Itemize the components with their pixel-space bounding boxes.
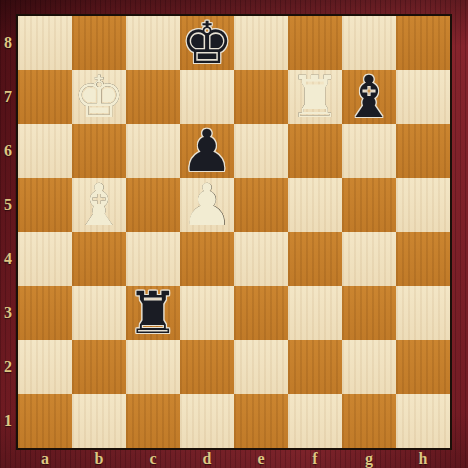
square-b3[interactable] [72, 286, 126, 340]
file-label-a: a [18, 450, 72, 468]
white-bishop-b5[interactable]: ♗ [72, 178, 126, 232]
rank-label-2: 2 [0, 340, 16, 394]
square-g7[interactable]: ♝ [342, 70, 396, 124]
file-label-e: e [234, 450, 288, 468]
square-h3[interactable] [396, 286, 450, 340]
square-a2[interactable] [18, 340, 72, 394]
square-a8[interactable] [18, 16, 72, 70]
square-g4[interactable] [342, 232, 396, 286]
square-g5[interactable] [342, 178, 396, 232]
square-f8[interactable] [288, 16, 342, 70]
black-pawn-d6[interactable]: ♟ [180, 124, 234, 178]
square-f5[interactable] [288, 178, 342, 232]
board-frame: ♚♔♖♝♟♗♙♜ [16, 14, 452, 450]
square-h5[interactable] [396, 178, 450, 232]
square-g1[interactable] [342, 394, 396, 448]
rank-label-3: 3 [0, 286, 16, 340]
file-label-g: g [342, 450, 396, 468]
file-label-d: d [180, 450, 234, 468]
square-b5[interactable]: ♗ [72, 178, 126, 232]
square-f7[interactable]: ♖ [288, 70, 342, 124]
square-h2[interactable] [396, 340, 450, 394]
square-a4[interactable] [18, 232, 72, 286]
white-pawn-d5[interactable]: ♙ [180, 178, 234, 232]
square-e4[interactable] [234, 232, 288, 286]
square-d1[interactable] [180, 394, 234, 448]
square-e7[interactable] [234, 70, 288, 124]
square-d5[interactable]: ♙ [180, 178, 234, 232]
square-c7[interactable] [126, 70, 180, 124]
square-b1[interactable] [72, 394, 126, 448]
square-c3[interactable]: ♜ [126, 286, 180, 340]
square-h7[interactable] [396, 70, 450, 124]
square-e1[interactable] [234, 394, 288, 448]
square-g6[interactable] [342, 124, 396, 178]
square-h1[interactable] [396, 394, 450, 448]
square-g8[interactable] [342, 16, 396, 70]
file-label-f: f [288, 450, 342, 468]
square-e6[interactable] [234, 124, 288, 178]
square-e5[interactable] [234, 178, 288, 232]
black-bishop-g7[interactable]: ♝ [342, 70, 396, 124]
file-label-b: b [72, 450, 126, 468]
chess-diagram: ♚♔♖♝♟♗♙♜ 87654321abcdefgh [0, 0, 468, 468]
square-a6[interactable] [18, 124, 72, 178]
square-g3[interactable] [342, 286, 396, 340]
square-c5[interactable] [126, 178, 180, 232]
square-a1[interactable] [18, 394, 72, 448]
rank-label-7: 7 [0, 70, 16, 124]
black-rook-c3[interactable]: ♜ [126, 286, 180, 340]
square-e2[interactable] [234, 340, 288, 394]
square-d2[interactable] [180, 340, 234, 394]
square-f6[interactable] [288, 124, 342, 178]
square-a7[interactable] [18, 70, 72, 124]
square-h6[interactable] [396, 124, 450, 178]
square-a5[interactable] [18, 178, 72, 232]
square-c1[interactable] [126, 394, 180, 448]
chess-board: ♚♔♖♝♟♗♙♜ [18, 16, 450, 448]
rank-label-5: 5 [0, 178, 16, 232]
square-f3[interactable] [288, 286, 342, 340]
file-label-c: c [126, 450, 180, 468]
square-c6[interactable] [126, 124, 180, 178]
square-e8[interactable] [234, 16, 288, 70]
square-d4[interactable] [180, 232, 234, 286]
file-label-h: h [396, 450, 450, 468]
square-a3[interactable] [18, 286, 72, 340]
square-b7[interactable]: ♔ [72, 70, 126, 124]
square-f2[interactable] [288, 340, 342, 394]
square-b4[interactable] [72, 232, 126, 286]
square-d3[interactable] [180, 286, 234, 340]
white-king-b7[interactable]: ♔ [72, 70, 126, 124]
rank-label-1: 1 [0, 394, 16, 448]
rank-label-6: 6 [0, 124, 16, 178]
square-g2[interactable] [342, 340, 396, 394]
rank-label-4: 4 [0, 232, 16, 286]
square-f1[interactable] [288, 394, 342, 448]
square-d6[interactable]: ♟ [180, 124, 234, 178]
square-d7[interactable] [180, 70, 234, 124]
square-b6[interactable] [72, 124, 126, 178]
square-f4[interactable] [288, 232, 342, 286]
square-d8[interactable]: ♚ [180, 16, 234, 70]
rank-label-8: 8 [0, 16, 16, 70]
white-rook-f7[interactable]: ♖ [288, 70, 342, 124]
square-h8[interactable] [396, 16, 450, 70]
square-c8[interactable] [126, 16, 180, 70]
square-b2[interactable] [72, 340, 126, 394]
square-e3[interactable] [234, 286, 288, 340]
square-b8[interactable] [72, 16, 126, 70]
square-h4[interactable] [396, 232, 450, 286]
square-c2[interactable] [126, 340, 180, 394]
black-king-d8[interactable]: ♚ [180, 16, 234, 70]
square-c4[interactable] [126, 232, 180, 286]
